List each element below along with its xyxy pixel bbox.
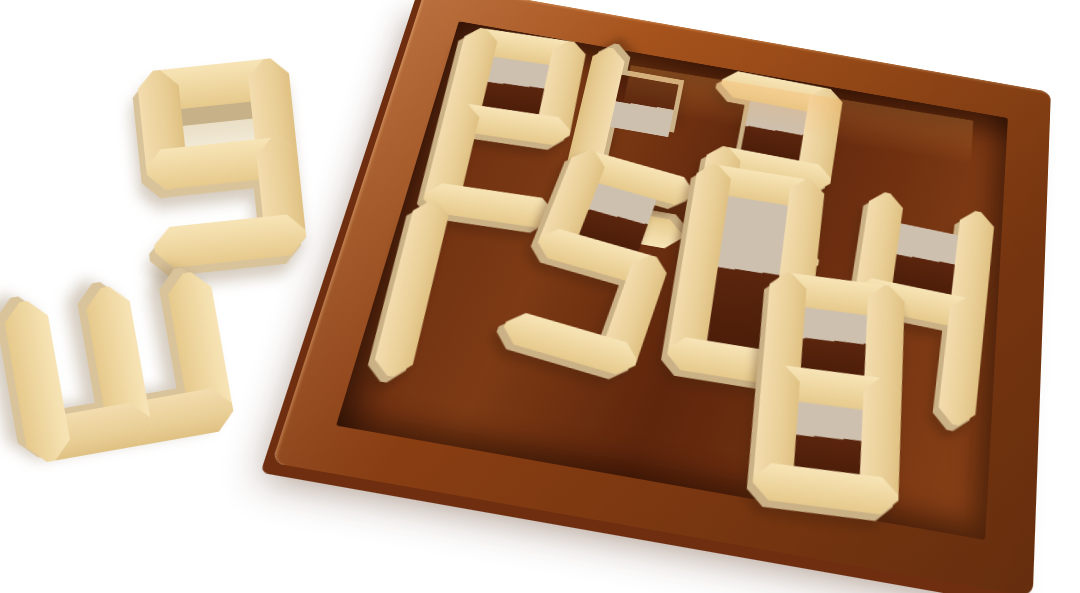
loose-pieces-area [0, 0, 1080, 593]
piece-segment [2, 298, 73, 465]
puzzle-piece-digit-9 [136, 57, 308, 270]
puzzle-piece-digit-3 [2, 269, 237, 465]
piece-segment [152, 213, 307, 270]
product-photo-scene [0, 0, 1080, 593]
